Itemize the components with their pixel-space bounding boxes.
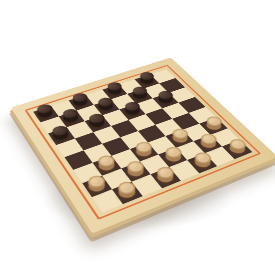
product-photo-scene [0, 0, 275, 275]
light-checker-piece[interactable] [197, 137, 218, 151]
light-checker-piece[interactable] [191, 155, 213, 170]
dark-checker-piece[interactable] [87, 117, 107, 130]
dark-checker-piece[interactable] [122, 105, 142, 117]
dark-checker-piece[interactable] [105, 85, 124, 96]
light-checker-piece[interactable] [203, 119, 224, 132]
dark-checker-piece[interactable] [96, 101, 115, 113]
light-checker-piece[interactable] [124, 164, 146, 179]
light-checker-piece[interactable] [133, 144, 154, 158]
dark-checker-piece[interactable] [130, 90, 149, 101]
light-checker-piece[interactable] [85, 178, 107, 194]
light-checker-piece[interactable] [169, 132, 190, 145]
light-checker-piece[interactable] [162, 150, 184, 164]
light-checker-piece[interactable] [95, 158, 117, 173]
dark-checker-piece[interactable] [71, 96, 90, 108]
dark-checker-piece[interactable] [61, 112, 80, 124]
dark-checker-piece[interactable] [155, 94, 174, 106]
light-checker-piece[interactable] [115, 184, 138, 200]
light-checker-piece[interactable] [226, 142, 248, 156]
light-checker-piece[interactable] [154, 169, 176, 185]
dark-checker-piece[interactable] [35, 107, 54, 119]
dark-checker-piece[interactable] [137, 75, 155, 86]
